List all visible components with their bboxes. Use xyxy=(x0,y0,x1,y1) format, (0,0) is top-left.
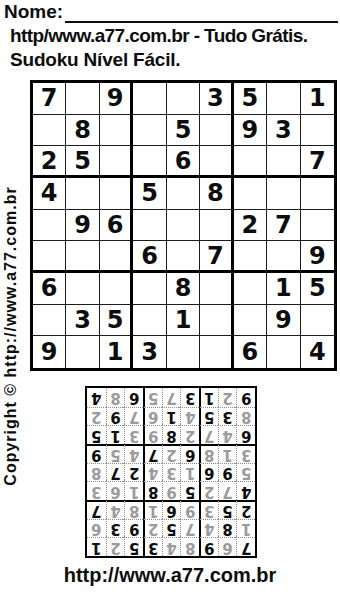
puzzle-cell: 6 xyxy=(234,336,267,368)
puzzle-cell xyxy=(234,241,267,273)
solution-cell: 8 xyxy=(162,425,181,444)
puzzle-cell: 6 xyxy=(33,273,66,305)
puzzle-cell xyxy=(301,115,334,147)
puzzle-cell xyxy=(100,273,133,305)
puzzle-cell xyxy=(133,305,166,337)
solution-cell: 5 xyxy=(236,463,255,482)
puzzle-cell: 5 xyxy=(100,305,133,337)
solution-cell: 9 xyxy=(180,500,199,519)
solution-cell: 5 xyxy=(199,407,218,426)
solution-cell: 2 xyxy=(143,519,162,538)
puzzle-cell xyxy=(234,273,267,305)
puzzle-cell: 5 xyxy=(234,83,267,115)
copyright-vertical-text: Copyright © http://www.a77.com.br xyxy=(2,149,24,523)
puzzle-cell xyxy=(301,210,334,242)
puzzle-cell xyxy=(200,305,233,337)
solution-cell: 9 xyxy=(199,537,218,556)
puzzle-cell xyxy=(267,83,300,115)
name-label: Nome: xyxy=(4,2,63,23)
solution-cell: 5 xyxy=(162,519,181,538)
solution-cell: 5 xyxy=(87,425,106,444)
solution-cell: 3 xyxy=(162,463,181,482)
solution-cell: 6 xyxy=(143,407,162,426)
puzzle-cell xyxy=(267,178,300,210)
puzzle-cell: 6 xyxy=(167,146,200,178)
solution-cell: 4 xyxy=(87,388,106,407)
puzzle-cell: 6 xyxy=(100,210,133,242)
solution-cell: 2 xyxy=(180,425,199,444)
puzzle-cell xyxy=(133,115,166,147)
solution-cell: 7 xyxy=(143,444,162,463)
solution-cell: 4 xyxy=(162,537,181,556)
name-row: Nome: xyxy=(4,2,338,23)
solution-cell: 9 xyxy=(106,407,125,426)
puzzle-cell xyxy=(267,336,300,368)
puzzle-cell xyxy=(66,83,99,115)
solution-cell: 4 xyxy=(199,519,218,538)
puzzle-cell xyxy=(200,146,233,178)
solution-cell: 5 xyxy=(106,444,125,463)
puzzle-cell xyxy=(167,210,200,242)
solution-cell: 2 xyxy=(236,500,255,519)
solution-cell: 8 xyxy=(236,407,255,426)
solution-cell: 6 xyxy=(218,537,237,556)
solution-cell: 3 xyxy=(236,444,255,463)
solution-cell: 4 xyxy=(180,407,199,426)
solution-cell: 1 xyxy=(106,425,125,444)
solution-cell: 6 xyxy=(106,481,125,500)
footer-url: http://www.a77.com.br xyxy=(0,564,340,587)
solution-cell: 5 xyxy=(218,500,237,519)
sudoku-worksheet: Nome: http/www.a77.com.br - Tudo Grátis.… xyxy=(0,0,340,596)
solution-cell: 1 xyxy=(236,519,255,538)
solution-cell: 1 xyxy=(87,537,106,556)
solution-cell: 7 xyxy=(162,388,181,407)
solution-cell: 8 xyxy=(218,519,237,538)
puzzle-cell xyxy=(66,241,99,273)
puzzle-cell xyxy=(234,178,267,210)
solution-cell: 8 xyxy=(180,537,199,556)
puzzle-cell: 5 xyxy=(301,273,334,305)
solution-cell: 9 xyxy=(124,519,143,538)
solution-cell: 3 xyxy=(106,519,125,538)
solution-cell: 7 xyxy=(180,519,199,538)
solution-cell: 2 xyxy=(199,481,218,500)
puzzle-cell: 5 xyxy=(133,178,166,210)
puzzle-cell: 1 xyxy=(267,273,300,305)
solution-cell: 3 xyxy=(124,425,143,444)
puzzle-cell xyxy=(234,146,267,178)
puzzle-cell: 9 xyxy=(66,210,99,242)
solution-cell: 2 xyxy=(124,463,143,482)
sudoku-puzzle-grid: 793518593256745896276796815351991364 xyxy=(30,80,337,371)
solution-cell: 8 xyxy=(87,463,106,482)
puzzle-cell: 7 xyxy=(33,83,66,115)
solution-cell: 6 xyxy=(180,444,199,463)
puzzle-cell: 9 xyxy=(100,83,133,115)
solution-cell: 4 xyxy=(106,500,125,519)
solution-cell: 1 xyxy=(162,407,181,426)
puzzle-cell xyxy=(133,83,166,115)
puzzle-cell: 3 xyxy=(267,115,300,147)
solution-cell: 4 xyxy=(143,463,162,482)
solution-cell: 9 xyxy=(218,463,237,482)
puzzle-cell xyxy=(100,146,133,178)
puzzle-cell: 4 xyxy=(33,178,66,210)
puzzle-cell: 2 xyxy=(234,210,267,242)
puzzle-cell: 8 xyxy=(167,273,200,305)
site-heading: http/www.a77.com.br - Tudo Grátis. xyxy=(10,25,307,47)
puzzle-cell xyxy=(267,146,300,178)
level-heading: Sudoku Nível Fácil. xyxy=(10,49,180,71)
puzzle-cell xyxy=(133,210,166,242)
solution-cell: 2 xyxy=(162,444,181,463)
solution-cell: 6 xyxy=(124,388,143,407)
solution-cell: 7 xyxy=(199,425,218,444)
solution-cell: 7 xyxy=(218,481,237,500)
sudoku-solution-grid-upside-down: 7698435211847529362539618474725981635961… xyxy=(85,386,257,558)
puzzle-cell xyxy=(66,336,99,368)
puzzle-cell xyxy=(33,241,66,273)
puzzle-cell: 7 xyxy=(200,241,233,273)
puzzle-cell: 9 xyxy=(234,115,267,147)
solution-cell: 1 xyxy=(143,500,162,519)
puzzle-cell xyxy=(100,178,133,210)
solution-cell: 1 xyxy=(180,463,199,482)
puzzle-cell: 7 xyxy=(301,146,334,178)
puzzle-cell: 3 xyxy=(66,305,99,337)
solution-cell: 7 xyxy=(124,407,143,426)
puzzle-cell xyxy=(301,178,334,210)
puzzle-cell xyxy=(66,178,99,210)
puzzle-cell: 5 xyxy=(167,115,200,147)
solution-cell: 5 xyxy=(124,537,143,556)
solution-cell: 3 xyxy=(218,407,237,426)
solution-cell: 8 xyxy=(143,481,162,500)
puzzle-cell: 2 xyxy=(33,146,66,178)
solution-cell: 1 xyxy=(218,444,237,463)
puzzle-cell xyxy=(33,305,66,337)
solution-cell: 7 xyxy=(236,537,255,556)
puzzle-cell xyxy=(267,241,300,273)
puzzle-cell: 9 xyxy=(301,241,334,273)
puzzle-cell xyxy=(100,241,133,273)
puzzle-cell: 4 xyxy=(301,336,334,368)
solution-cell: 6 xyxy=(236,425,255,444)
puzzle-cell xyxy=(33,115,66,147)
solution-cell: 2 xyxy=(106,537,125,556)
puzzle-cell xyxy=(133,273,166,305)
puzzle-cell xyxy=(167,178,200,210)
solution-cell: 5 xyxy=(143,388,162,407)
puzzle-cell xyxy=(200,115,233,147)
puzzle-cell: 3 xyxy=(133,336,166,368)
solution-cell: 4 xyxy=(218,425,237,444)
puzzle-cell xyxy=(33,210,66,242)
solution-cell: 8 xyxy=(124,500,143,519)
name-underline xyxy=(65,3,338,23)
puzzle-cell: 3 xyxy=(200,83,233,115)
puzzle-cell xyxy=(301,305,334,337)
puzzle-cell xyxy=(66,273,99,305)
solution-cell: 6 xyxy=(199,463,218,482)
puzzle-cell xyxy=(133,146,166,178)
solution-cell: 9 xyxy=(236,388,255,407)
solution-cell: 6 xyxy=(162,500,181,519)
puzzle-cell xyxy=(167,241,200,273)
solution-cell: 3 xyxy=(87,481,106,500)
solution-cell: 3 xyxy=(180,388,199,407)
puzzle-cell: 1 xyxy=(167,305,200,337)
puzzle-cell xyxy=(167,83,200,115)
solution-cell: 7 xyxy=(87,500,106,519)
puzzle-cell: 6 xyxy=(133,241,166,273)
solution-cell: 2 xyxy=(218,388,237,407)
puzzle-cell: 8 xyxy=(200,178,233,210)
solution-cell: 7 xyxy=(106,463,125,482)
solution-cell: 8 xyxy=(199,444,218,463)
puzzle-cell xyxy=(234,305,267,337)
solution-cell: 9 xyxy=(143,425,162,444)
puzzle-cell: 8 xyxy=(66,115,99,147)
puzzle-cell xyxy=(100,115,133,147)
solution-cell: 8 xyxy=(106,388,125,407)
solution-cell: 1 xyxy=(199,388,218,407)
solution-cell: 4 xyxy=(236,481,255,500)
puzzle-cell: 7 xyxy=(267,210,300,242)
solution-cell: 4 xyxy=(124,444,143,463)
puzzle-cell xyxy=(167,336,200,368)
puzzle-cell xyxy=(200,273,233,305)
solution-cell: 5 xyxy=(180,481,199,500)
solution-cell: 3 xyxy=(199,500,218,519)
puzzle-cell: 9 xyxy=(33,336,66,368)
puzzle-cell: 1 xyxy=(301,83,334,115)
puzzle-cell: 9 xyxy=(267,305,300,337)
puzzle-cell xyxy=(200,336,233,368)
solution-cell: 2 xyxy=(87,407,106,426)
solution-cell: 9 xyxy=(87,444,106,463)
puzzle-cell: 5 xyxy=(66,146,99,178)
solution-cell: 1 xyxy=(124,481,143,500)
solution-cell: 6 xyxy=(87,519,106,538)
puzzle-cell: 1 xyxy=(100,336,133,368)
solution-cell: 9 xyxy=(162,481,181,500)
puzzle-cell xyxy=(200,210,233,242)
solution-cell: 3 xyxy=(143,537,162,556)
